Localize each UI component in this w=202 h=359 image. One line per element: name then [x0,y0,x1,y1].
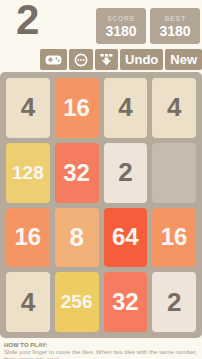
best-box: BEST 3180 [150,8,200,44]
tile-16: 16 [6,208,50,268]
best-label: BEST [164,14,185,23]
gamepad-icon [45,54,62,66]
gamepad-button[interactable] [40,49,67,70]
score-panel: SCORE 3180 BEST 3180 [96,8,200,44]
tile-8: 8 [55,208,99,268]
tile-2: 2 [104,143,148,203]
empty-cell [152,143,196,203]
best-value: 3180 [159,23,190,39]
new-button[interactable]: New [165,49,202,70]
score-label: SCORE [107,14,135,23]
how-to-play: HOW TO PLAY: Slide your finger to move t… [4,342,200,359]
tile-16: 16 [152,208,196,268]
download-button[interactable] [95,49,118,70]
tile-128: 128 [6,143,50,203]
tile-32: 32 [104,272,148,332]
board-grid[interactable]: 4164412832216864164256322 [0,72,202,338]
tile-4: 4 [152,78,196,138]
toolbar: Undo New [40,49,202,70]
chat-button[interactable] [69,49,93,70]
undo-button[interactable]: Undo [120,49,163,70]
download-icon [100,53,113,66]
how-to-play-title: HOW TO PLAY: [4,342,200,349]
score-box: SCORE 3180 [96,8,146,44]
tile-32: 32 [55,143,99,203]
tile-4: 4 [6,78,50,138]
chat-icon [74,53,88,67]
tile-256: 256 [55,272,99,332]
tile-2: 2 [152,272,196,332]
how-to-play-body: Slide your finger to move the tiles. Whe… [4,349,200,359]
tile-4: 4 [104,78,148,138]
tile-16: 16 [55,78,99,138]
tile-64: 64 [104,208,148,268]
tile-4: 4 [6,272,50,332]
score-value: 3180 [105,23,136,39]
logo-2: 2 [16,0,39,44]
